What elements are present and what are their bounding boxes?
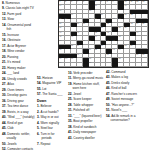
cell-number: 14 (59, 5, 61, 7)
clue-number: 11. (68, 76, 73, 80)
clue-number: 14. (2, 23, 7, 27)
cell-number: 47 (95, 36, 97, 38)
clue-item: 36. Driving gear (2, 99, 36, 103)
clue-number: 52. (2, 147, 7, 150)
cell-number: 27 (113, 18, 115, 20)
clue-item: 51. Novel's ___ (106, 108, 148, 112)
cell-number: 73 (119, 58, 121, 60)
cell-number: 72 (89, 58, 91, 60)
cell-number: 38 (119, 27, 121, 29)
clue-number: 4. (37, 121, 40, 125)
clue-item: 6. Turn in for periods (37, 132, 65, 141)
cell-number: 5 (83, 1, 84, 3)
cell-number: 23 (59, 18, 61, 20)
clue-number: 12. (2, 12, 7, 16)
cell-number: 37 (101, 27, 103, 29)
clue-item: 46. Kind of ball (106, 86, 148, 90)
clue-item: 50. Jewels (2, 142, 36, 146)
cell-number: 52 (107, 40, 109, 42)
clue-item: 4. Worn signally (37, 121, 65, 125)
clue-item: 22. Jewel (68, 92, 104, 96)
clue-number: 28. (68, 103, 73, 107)
cell-number: 42 (95, 32, 97, 34)
clue-number: 17. (2, 44, 7, 48)
cell-number: 2 (65, 1, 66, 3)
clue-number: 8. (2, 1, 5, 5)
clue-number: 54. (106, 114, 111, 118)
clue-number: 10. (68, 71, 73, 75)
clue-item: 42. Command (106, 70, 148, 74)
cell-number: 75 (89, 62, 91, 64)
clue-number: 2. (37, 110, 40, 114)
clue-item: 10. Verb preceder (68, 71, 104, 75)
clue-number: 30. (2, 93, 7, 97)
clue-number: 49. (106, 97, 111, 101)
clue-item: 9. Classic late-night TV (2, 6, 36, 10)
clue-number: 18. (2, 49, 7, 53)
clue-number: 13. (2, 17, 7, 21)
down-clues-column-4: 42. Command43. Makes a log45. Drinks slo… (106, 70, 148, 124)
clue-number: 38. (68, 125, 73, 129)
clue-number: 47. (106, 92, 111, 96)
cell-number: 44 (136, 32, 138, 34)
clue-number: 16. (2, 38, 7, 42)
cell-number: 65 (77, 54, 79, 56)
cell-number: 11 (130, 1, 132, 3)
clue-number: 7. (37, 142, 40, 146)
clue-item: 52. Computer contacts (2, 147, 36, 150)
clue-number: 43. (68, 136, 73, 140)
clue-number: 46. (106, 86, 111, 90)
cell-number: 12 (136, 1, 138, 3)
clue-number: 45. (106, 81, 111, 85)
clue-item: 23. Honey maker (2, 66, 36, 70)
cell-number: 54 (136, 40, 138, 42)
cell-number: 51 (89, 40, 91, 42)
clue-item: 8. Numerous (2, 1, 36, 5)
clue-item: 27. Atlas (2, 82, 36, 86)
clue-item: 15. Increase (2, 33, 36, 37)
clue-number: 35. (68, 119, 73, 123)
clue-number: 45. (2, 126, 7, 130)
cell-number: 58 (124, 45, 126, 47)
clue-number: 57. (37, 92, 42, 96)
clue-number: 42. (106, 70, 111, 74)
clue-item: 54. Magazine VIP (37, 81, 65, 85)
clue-item: 49. Soviet message (106, 97, 148, 101)
clue-item: 41. Daily newspaper (68, 130, 104, 134)
clue-number: 27. (2, 82, 7, 86)
cell-number: 70 (65, 58, 67, 60)
clue-item: 35. Boat propeller (68, 119, 104, 123)
cell-number: 18 (89, 10, 91, 12)
clue-item: 25. Score keeper (68, 97, 104, 101)
clue-item: 53. Horizon (37, 76, 65, 80)
clue-item: 47. Rancher's concern (106, 92, 148, 96)
down-section-header: Down (37, 99, 65, 104)
clue-item: 13. Slow (2, 17, 36, 21)
clue-number: 48. (2, 132, 7, 136)
clue-number: 54. (37, 81, 42, 85)
clue-number: 37. (2, 104, 7, 108)
across-clues-column-2: 53. Horizon54. Magazine VIP55. Lot57. Th… (37, 76, 65, 97)
clue-item: 12. Farm yard (2, 12, 36, 16)
cell-number: 13 (142, 1, 144, 3)
cell-number: 60 (59, 49, 61, 51)
clue-item: 30. Develop gains (2, 93, 36, 97)
cell-number: 74 (59, 62, 61, 64)
cell-number: 76 (119, 62, 121, 64)
cell-number: 68 (142, 54, 144, 56)
clue-number: 33. (68, 114, 73, 118)
cell-number: 45 (59, 36, 61, 38)
clue-number: 21. (2, 60, 7, 64)
clue-item: 16. Obstinate (2, 38, 36, 42)
down-clues-column-3: 10. Verb preceder11. Merry-go-round musi… (68, 71, 104, 141)
cell-number: 31 (83, 23, 85, 25)
clue-item: 17. Actor Brynner (2, 44, 36, 48)
cell-number: 57 (101, 45, 103, 47)
clue-number: 20. (2, 55, 7, 59)
cell-number: 28 (119, 18, 121, 20)
clue-item: 43. Makes a log (106, 75, 148, 79)
cell-number: 67 (136, 54, 138, 56)
clue-number: 51. (106, 108, 111, 112)
cell-number: 71 (71, 58, 73, 60)
cell-number: 62 (95, 49, 97, 51)
clue-number: 25. (68, 97, 73, 101)
cell-number: 64 (119, 49, 121, 51)
clue-number: 15. (2, 33, 7, 37)
clue-number: 36. (2, 99, 7, 103)
cell-number: 22 (130, 14, 132, 16)
clue-number: 41. (68, 130, 73, 134)
cell-number: 43 (107, 32, 109, 34)
cell-number: 29 (59, 23, 61, 25)
cell-number: 1 (59, 1, 60, 3)
cell-number: 26 (95, 18, 97, 20)
cell-number: 32 (107, 23, 109, 25)
cell-number: 15 (95, 5, 97, 7)
clue-item: 21. It's mined (2, 60, 36, 64)
cell-number: 61 (89, 49, 91, 51)
clues-column-2: 53. Horizon54. Magazine VIP55. Lot57. Th… (37, 76, 65, 147)
cell-number: 25 (89, 18, 91, 20)
clue-number: 19. (68, 82, 73, 86)
clue-item: 7. Repeat (37, 142, 65, 146)
clue-item: 38. Kind of sandwich (68, 125, 104, 129)
cell-number: 63 (113, 49, 115, 51)
clue-item: 48. Domestic settler, usually (2, 132, 36, 141)
clue-item: 39. Exists, in a way (2, 110, 36, 114)
cell-number: 35 (142, 23, 144, 25)
clue-number: 22. (68, 92, 73, 96)
clue-item: 1. Believer (37, 104, 65, 108)
clue-number: 9. (2, 6, 5, 10)
clue-item: 37. Tea time dance (2, 104, 36, 108)
cell-number: 19 (71, 14, 73, 16)
cell-number: 39 (124, 27, 126, 29)
clue-item: 33. "___" (liquored beer) (68, 114, 104, 118)
clue-item: 57. The Santa ___ (37, 92, 65, 96)
clue-number: 50. (2, 142, 7, 146)
cell-number: 4 (77, 1, 78, 3)
cell-number: 69 (59, 58, 61, 60)
clue-item: 18. Wine vendor (2, 49, 36, 53)
clue-number: 24. (2, 71, 7, 75)
clue-item: 26. Unruly crowds (2, 77, 36, 81)
down-clues-column-2: 1. Believer2. A cut hairdo?3. Way in or … (37, 104, 65, 146)
cell-number: 20 (101, 14, 103, 16)
clue-item: 50. "Has anyone...?" (106, 103, 148, 107)
clue-number: 23. (2, 66, 7, 70)
cell-number: 48 (119, 36, 121, 38)
clue-number: 1. (37, 104, 40, 108)
clue-number: 43. (106, 75, 111, 79)
clue-number: 31. (68, 108, 73, 112)
clue-number: 53. (37, 76, 42, 80)
cell-number: 56 (77, 45, 79, 47)
cell-number: 9 (113, 1, 114, 3)
cell-number: 24 (65, 18, 67, 20)
cell-number: 46 (71, 36, 73, 38)
clue-item: 2. A cut hairdo? (37, 110, 65, 114)
cell-number: 59 (130, 45, 132, 47)
clue-item: 31. Polished off (68, 108, 104, 112)
cell-number: 40 (59, 32, 61, 34)
cell-number: 53 (113, 40, 115, 42)
clue-item: 43. Country dweller (68, 136, 104, 140)
cell-number: 10 (124, 1, 126, 3)
cell-number: 50 (83, 40, 85, 42)
clue-item: 45. Club (2, 126, 36, 130)
clue-item: 3. Way in or out (37, 115, 65, 119)
clue-number: 55. (37, 87, 42, 91)
cell-number: 21 (124, 14, 126, 16)
cell-number: 49 (59, 40, 61, 42)
clue-number: 5. (37, 126, 40, 130)
clue-number: 6. (37, 132, 40, 136)
clue-number: 50. (106, 103, 111, 107)
grid-cell[interactable] (142, 63, 148, 67)
cell-number: 3 (71, 1, 72, 3)
cell-number: 33 (130, 23, 132, 25)
cell-number: 41 (77, 32, 79, 34)
clue-item: 55. Lot (37, 87, 65, 91)
clue-item: 44. Kind of gun (2, 121, 36, 125)
clue-item: 11. Merry-go-round music (68, 76, 104, 80)
cell-number: 6 (95, 1, 96, 3)
crossword-grid: 1234567891011121314151617181920212223242… (58, 0, 149, 68)
clue-item: 29. Oven timers (2, 88, 36, 92)
cell-number: 36 (59, 27, 61, 29)
clue-item: 54. Ad-lib remark in a conversation? (106, 114, 148, 123)
clue-item: 20. Passing (2, 55, 36, 59)
cell-number: 34 (136, 23, 138, 25)
clue-item: 45. Drinks slowly (106, 81, 148, 85)
clue-number: 40. (2, 115, 7, 119)
across-clues-column-1: 8. Numerous9. Classic late-night TV12. F… (2, 1, 36, 150)
cell-number: 30 (77, 23, 79, 25)
clue-item: 19. Home kitchen stuff, worn here (68, 82, 104, 91)
clue-number: 26. (2, 77, 7, 81)
clue-item: 24. ___ land (2, 71, 36, 75)
clue-item: 5. Steel bar (37, 126, 65, 130)
clue-number: 44. (2, 121, 7, 125)
clue-item: 40. "Wed ___" (notably) (2, 115, 36, 119)
clue-number: 29. (2, 88, 7, 92)
clue-item: 28. Table whopper (68, 103, 104, 107)
cell-number: 17 (59, 10, 61, 12)
clue-item: 14. Ornamental pond fish (2, 23, 36, 32)
clue-number: 39. (2, 110, 7, 114)
cell-number: 8 (107, 1, 108, 3)
clue-number: 3. (37, 115, 40, 119)
cell-number: 55 (71, 45, 73, 47)
cell-number: 7 (101, 1, 102, 3)
cell-number: 66 (107, 54, 109, 56)
cell-number: 16 (124, 5, 126, 7)
